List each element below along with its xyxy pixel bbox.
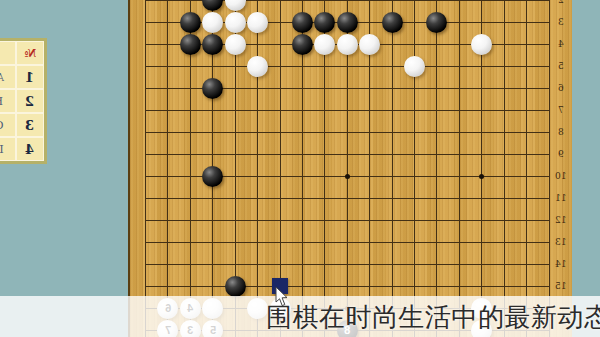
white-stone	[404, 56, 425, 77]
table-header-cell: №	[16, 41, 44, 65]
star-point	[479, 174, 484, 179]
row-coordinate-label: 12	[552, 215, 570, 225]
black-stone	[382, 12, 403, 33]
row-coordinate-label: 5	[552, 61, 570, 71]
white-stone	[247, 56, 268, 77]
white-stone	[337, 34, 358, 55]
grid-line	[145, 220, 550, 221]
table-header-cell	[0, 41, 16, 65]
black-stone	[337, 12, 358, 33]
row-coordinate-label: 14	[552, 259, 570, 269]
mouse-cursor-icon	[275, 287, 289, 311]
grid-line	[145, 66, 550, 67]
row-coordinate-label: 3	[552, 17, 570, 27]
grid-line	[145, 198, 550, 199]
row-coordinate-label: 11	[552, 193, 570, 203]
table-cell-move[interactable]: B	[0, 89, 16, 113]
grid-line	[145, 132, 550, 133]
white-stone	[359, 34, 380, 55]
row-coordinate-label: 9	[552, 149, 570, 159]
black-stone	[426, 12, 447, 33]
black-stone	[202, 78, 223, 99]
white-stone	[225, 34, 246, 55]
row-coordinate-label: 2	[552, 0, 570, 5]
screen: №A1B2C3D4 围棋在时尚生活中的最新动态 6473582345678910…	[0, 0, 600, 337]
caption-text: 围棋在时尚生活中的最新动态	[266, 300, 600, 335]
row-coordinate-label: 4	[552, 39, 570, 49]
grid-line	[145, 264, 550, 265]
table-cell-move[interactable]: D	[0, 137, 16, 161]
table-cell-number[interactable]: 2	[16, 89, 44, 113]
black-stone	[180, 34, 201, 55]
table-cell-number[interactable]: 3	[16, 113, 44, 137]
black-stone	[225, 276, 246, 297]
row-coordinate-label: 6	[552, 83, 570, 93]
table-cell-number[interactable]: 1	[16, 65, 44, 89]
black-stone	[202, 166, 223, 187]
grid-line	[145, 242, 550, 243]
black-stone	[180, 12, 201, 33]
star-point	[345, 174, 350, 179]
white-stone	[471, 34, 492, 55]
row-coordinate-label: 10	[552, 171, 570, 181]
grid-line	[145, 110, 550, 111]
row-coordinate-label: 7	[552, 105, 570, 115]
row-coordinate-label: 13	[552, 237, 570, 247]
black-stone	[292, 34, 313, 55]
white-stone	[225, 12, 246, 33]
white-stone	[202, 12, 223, 33]
grid-line	[145, 154, 550, 155]
table-cell-number[interactable]: 4	[16, 137, 44, 161]
table-cell-move[interactable]: C	[0, 113, 16, 137]
black-stone	[292, 12, 313, 33]
black-stone	[314, 12, 335, 33]
white-stone	[314, 34, 335, 55]
black-stone	[202, 34, 223, 55]
white-stone	[247, 12, 268, 33]
table-cell-move[interactable]: A	[0, 65, 16, 89]
row-coordinate-label: 8	[552, 127, 570, 137]
move-list-table[interactable]: №A1B2C3D4	[0, 38, 47, 164]
grid-line	[145, 286, 550, 287]
row-coordinate-label: 15	[552, 281, 570, 291]
